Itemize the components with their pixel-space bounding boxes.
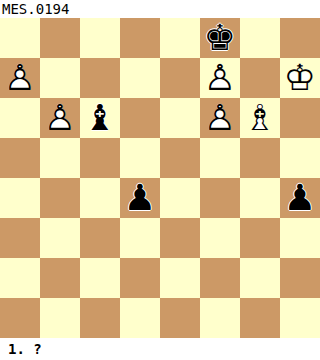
square-g5[interactable] bbox=[240, 138, 280, 178]
square-h3[interactable] bbox=[280, 218, 320, 258]
square-g4[interactable] bbox=[240, 178, 280, 218]
square-h5[interactable] bbox=[280, 138, 320, 178]
black-king[interactable]: ♚ bbox=[200, 18, 240, 58]
square-b8[interactable] bbox=[40, 18, 80, 58]
square-c2[interactable] bbox=[80, 258, 120, 298]
white-pawn[interactable]: ♙ bbox=[200, 58, 240, 98]
square-e4[interactable] bbox=[160, 178, 200, 218]
square-a4[interactable] bbox=[0, 178, 40, 218]
square-f2[interactable] bbox=[200, 258, 240, 298]
square-c7[interactable] bbox=[80, 58, 120, 98]
square-c8[interactable] bbox=[80, 18, 120, 58]
square-b7[interactable] bbox=[40, 58, 80, 98]
square-e2[interactable] bbox=[160, 258, 200, 298]
black-pawn[interactable]: ♟ bbox=[280, 178, 320, 218]
square-d2[interactable] bbox=[120, 258, 160, 298]
white-king[interactable]: ♔ bbox=[280, 58, 320, 98]
square-d5[interactable] bbox=[120, 138, 160, 178]
square-b4[interactable] bbox=[40, 178, 80, 218]
square-a7[interactable]: ♟♙ bbox=[0, 58, 40, 98]
square-h2[interactable] bbox=[280, 258, 320, 298]
square-d7[interactable] bbox=[120, 58, 160, 98]
square-d6[interactable] bbox=[120, 98, 160, 138]
square-c5[interactable] bbox=[80, 138, 120, 178]
square-f7[interactable]: ♟♙ bbox=[200, 58, 240, 98]
white-pawn[interactable]: ♙ bbox=[200, 98, 240, 138]
square-b6[interactable]: ♟♙ bbox=[40, 98, 80, 138]
square-e1[interactable] bbox=[160, 298, 200, 338]
square-e3[interactable] bbox=[160, 218, 200, 258]
square-a1[interactable] bbox=[0, 298, 40, 338]
square-a3[interactable] bbox=[0, 218, 40, 258]
white-bishop[interactable]: ♗ bbox=[240, 98, 280, 138]
square-h8[interactable] bbox=[280, 18, 320, 58]
diagram-title: MES.0194 bbox=[2, 1, 69, 17]
white-pawn[interactable]: ♙ bbox=[40, 98, 80, 138]
square-h7[interactable]: ♚♔ bbox=[280, 58, 320, 98]
square-h6[interactable] bbox=[280, 98, 320, 138]
square-b3[interactable] bbox=[40, 218, 80, 258]
square-f3[interactable] bbox=[200, 218, 240, 258]
square-e6[interactable] bbox=[160, 98, 200, 138]
white-pawn[interactable]: ♙ bbox=[0, 58, 40, 98]
square-b2[interactable] bbox=[40, 258, 80, 298]
square-b1[interactable] bbox=[40, 298, 80, 338]
square-h4[interactable]: ♟ bbox=[280, 178, 320, 218]
square-g7[interactable] bbox=[240, 58, 280, 98]
square-h1[interactable] bbox=[280, 298, 320, 338]
square-c1[interactable] bbox=[80, 298, 120, 338]
square-g6[interactable]: ♝♗ bbox=[240, 98, 280, 138]
square-f6[interactable]: ♟♙ bbox=[200, 98, 240, 138]
square-f4[interactable] bbox=[200, 178, 240, 218]
square-g3[interactable] bbox=[240, 218, 280, 258]
square-f1[interactable] bbox=[200, 298, 240, 338]
square-g8[interactable] bbox=[240, 18, 280, 58]
square-d1[interactable] bbox=[120, 298, 160, 338]
square-g1[interactable] bbox=[240, 298, 280, 338]
square-f5[interactable] bbox=[200, 138, 240, 178]
square-a5[interactable] bbox=[0, 138, 40, 178]
square-b5[interactable] bbox=[40, 138, 80, 178]
square-d3[interactable] bbox=[120, 218, 160, 258]
square-a6[interactable] bbox=[0, 98, 40, 138]
square-a8[interactable] bbox=[0, 18, 40, 58]
square-c6[interactable]: ♝ bbox=[80, 98, 120, 138]
square-c4[interactable] bbox=[80, 178, 120, 218]
square-c3[interactable] bbox=[80, 218, 120, 258]
square-d8[interactable] bbox=[120, 18, 160, 58]
black-pawn[interactable]: ♟ bbox=[120, 178, 160, 218]
move-prompt: 1. ? bbox=[8, 341, 42, 357]
square-a2[interactable] bbox=[0, 258, 40, 298]
square-e7[interactable] bbox=[160, 58, 200, 98]
black-bishop[interactable]: ♝ bbox=[80, 98, 120, 138]
square-e5[interactable] bbox=[160, 138, 200, 178]
chess-board: ♚♟♙♟♙♚♔♟♙♝♟♙♝♗♟♟ bbox=[0, 18, 320, 338]
square-d4[interactable]: ♟ bbox=[120, 178, 160, 218]
square-f8[interactable]: ♚ bbox=[200, 18, 240, 58]
square-e8[interactable] bbox=[160, 18, 200, 58]
square-g2[interactable] bbox=[240, 258, 280, 298]
